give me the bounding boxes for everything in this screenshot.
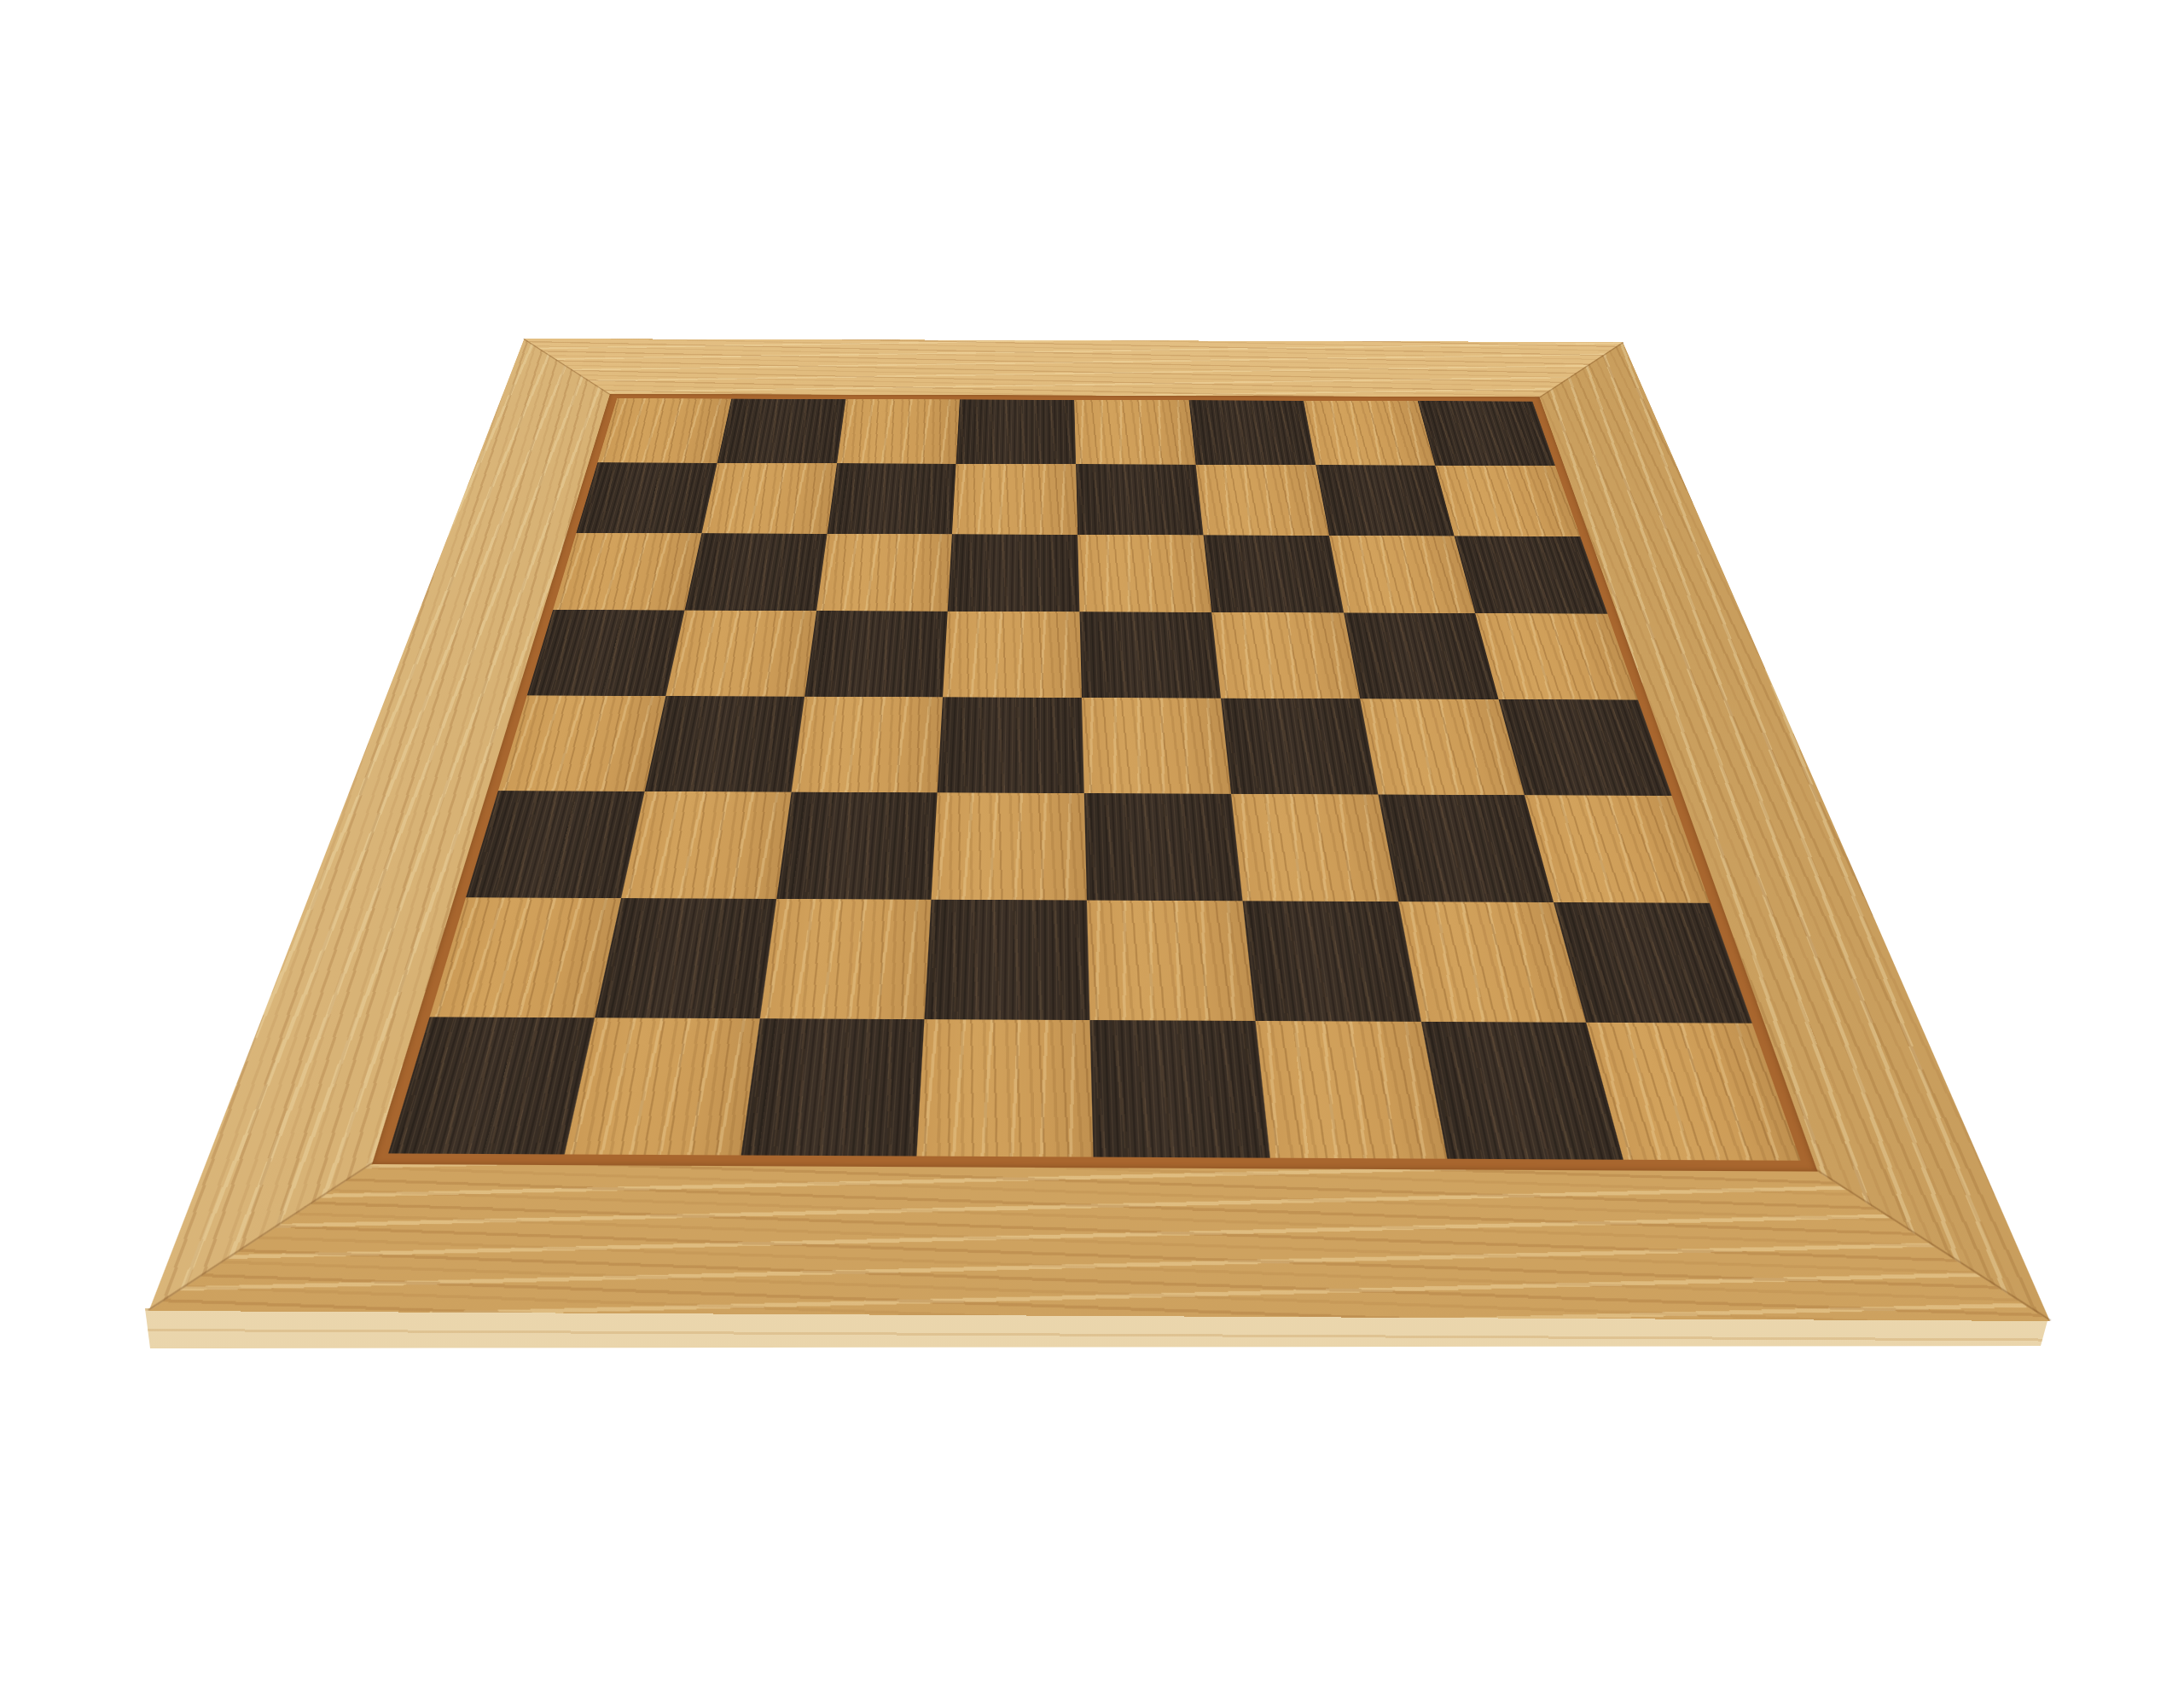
square-e3[interactable]: [1084, 793, 1242, 901]
square-c3[interactable]: [776, 791, 938, 899]
perspective-container: [386, 2, 1778, 1394]
square-b5[interactable]: [665, 611, 816, 697]
square-f4[interactable]: [1221, 699, 1378, 795]
square-e6[interactable]: [1077, 535, 1211, 612]
square-f3[interactable]: [1231, 794, 1398, 901]
square-c8[interactable]: [837, 399, 960, 464]
square-f1[interactable]: [1255, 1021, 1446, 1158]
square-b1[interactable]: [564, 1018, 759, 1156]
square-e8[interactable]: [1074, 400, 1195, 465]
square-g6[interactable]: [1329, 536, 1476, 614]
square-e7[interactable]: [1076, 464, 1203, 535]
square-d3[interactable]: [932, 792, 1087, 900]
square-b2[interactable]: [595, 898, 776, 1019]
square-e5[interactable]: [1079, 612, 1220, 698]
chessboard: [149, 339, 2050, 1321]
square-a4[interactable]: [498, 695, 665, 791]
square-f2[interactable]: [1242, 901, 1420, 1022]
square-e2[interactable]: [1087, 900, 1255, 1021]
square-a6[interactable]: [553, 532, 701, 610]
square-b3[interactable]: [621, 791, 791, 899]
square-f5[interactable]: [1211, 612, 1360, 699]
square-g8[interactable]: [1304, 401, 1436, 466]
square-b8[interactable]: [717, 399, 846, 464]
square-d2[interactable]: [925, 899, 1090, 1020]
square-a7[interactable]: [577, 462, 717, 533]
square-a5[interactable]: [527, 610, 685, 696]
square-g7[interactable]: [1316, 465, 1455, 536]
square-c1[interactable]: [741, 1018, 925, 1156]
chessboard-scene: [0, 0, 2184, 1687]
square-h8[interactable]: [1418, 401, 1555, 466]
square-c4[interactable]: [791, 697, 943, 792]
square-e4[interactable]: [1082, 698, 1231, 794]
square-d1[interactable]: [917, 1019, 1094, 1157]
square-a8[interactable]: [598, 398, 732, 463]
square-g5[interactable]: [1344, 613, 1499, 699]
square-a3[interactable]: [466, 791, 644, 898]
square-d8[interactable]: [956, 399, 1076, 464]
square-b7[interactable]: [701, 463, 836, 534]
square-c6[interactable]: [816, 534, 953, 612]
square-g3[interactable]: [1378, 794, 1554, 901]
square-b4[interactable]: [645, 696, 804, 791]
square-d5[interactable]: [943, 612, 1082, 698]
square-g4[interactable]: [1360, 699, 1525, 795]
square-f7[interactable]: [1195, 465, 1328, 536]
square-e1[interactable]: [1090, 1020, 1270, 1157]
square-f6[interactable]: [1203, 535, 1343, 612]
square-h7[interactable]: [1435, 466, 1580, 536]
square-c7[interactable]: [827, 463, 956, 534]
square-d4[interactable]: [938, 697, 1084, 793]
square-c5[interactable]: [804, 611, 948, 697]
square-f8[interactable]: [1188, 400, 1315, 465]
square-d7[interactable]: [952, 464, 1077, 535]
square-d6[interactable]: [948, 534, 1079, 612]
square-b6[interactable]: [684, 533, 827, 611]
square-c2[interactable]: [759, 899, 932, 1020]
